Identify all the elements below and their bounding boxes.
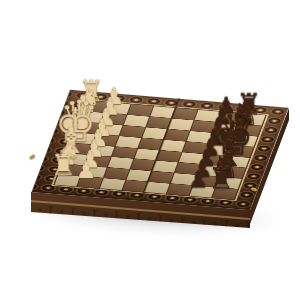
chess-board: ♜♞♝♛♚♝♞♜♟♟♟♟♟♟♟♟♟♟♟♟♟♟♟♟♜♞♝♛♚♝♞♜ <box>31 90 288 211</box>
square-h4 <box>122 180 147 192</box>
square-h8: ♜ <box>212 188 237 200</box>
square-c4 <box>142 127 167 139</box>
black-rook-glyph: ♜ <box>195 164 247 193</box>
board-grid: ♜♞♝♛♚♝♞♜♟♟♟♟♟♟♟♟♟♟♟♟♟♟♟♟♜♞♝♛♚♝♞♜ <box>53 100 266 200</box>
white-pawn-glyph: ♟ <box>60 159 112 182</box>
scene: ♜♞♝♛♚♝♞♜♟♟♟♟♟♟♟♟♟♟♟♟♟♟♟♟♜♞♝♛♚♝♞♜ <box>0 0 300 300</box>
board-frame: ♜♞♝♛♚♝♞♜♟♟♟♟♟♟♟♟♟♟♟♟♟♟♟♟♜♞♝♛♚♝♞♜ <box>31 90 288 211</box>
square-g5 <box>149 171 174 183</box>
square-b4 <box>146 117 171 129</box>
product-photo: ♜♞♝♛♚♝♞♜♟♟♟♟♟♟♟♟♟♟♟♟♟♟♟♟♜♞♝♛♚♝♞♜ <box>0 0 300 300</box>
playing-area: ♜♞♝♛♚♝♞♜♟♟♟♟♟♟♟♟♟♟♟♟♟♟♟♟♜♞♝♛♚♝♞♜ <box>51 99 269 201</box>
square-d4 <box>138 138 163 150</box>
square-h2: ♟ <box>77 176 102 188</box>
square-h5 <box>145 182 170 194</box>
